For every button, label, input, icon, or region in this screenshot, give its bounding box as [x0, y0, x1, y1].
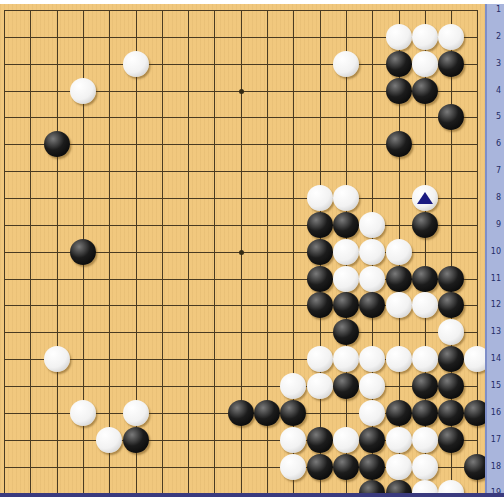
black-stone[interactable] [386, 78, 412, 104]
white-stone[interactable] [70, 78, 96, 104]
black-stone[interactable] [438, 266, 464, 292]
black-stone[interactable] [333, 292, 359, 318]
white-stone[interactable] [412, 292, 438, 318]
white-stone[interactable] [386, 454, 412, 480]
white-stone[interactable] [333, 185, 359, 211]
black-stone[interactable] [280, 400, 306, 426]
white-stone[interactable] [412, 24, 438, 50]
row-coordinate-label: 12 [491, 301, 501, 309]
white-stone[interactable] [70, 400, 96, 426]
white-stone[interactable] [96, 427, 122, 453]
white-stone[interactable] [359, 400, 385, 426]
row-coordinate-label: 8 [496, 194, 501, 202]
go-board[interactable] [0, 4, 488, 496]
white-stone[interactable] [386, 346, 412, 372]
white-stone[interactable] [386, 427, 412, 453]
black-stone[interactable] [359, 427, 385, 453]
black-stone[interactable] [438, 427, 464, 453]
black-stone[interactable] [412, 400, 438, 426]
black-stone[interactable] [307, 454, 333, 480]
white-stone[interactable] [333, 346, 359, 372]
black-stone[interactable] [359, 292, 385, 318]
go-app-window: 12345678910111213141516171819 [0, 0, 504, 500]
white-stone[interactable] [438, 319, 464, 345]
black-stone[interactable] [307, 212, 333, 238]
white-stone[interactable] [280, 427, 306, 453]
row-coordinate-label: 17 [491, 436, 501, 444]
black-stone[interactable] [333, 212, 359, 238]
row-coordinate-label: 6 [496, 140, 501, 148]
white-stone[interactable] [359, 212, 385, 238]
row-coordinate-label: 9 [496, 221, 501, 229]
white-stone[interactable] [307, 185, 333, 211]
white-stone[interactable] [359, 373, 385, 399]
black-stone[interactable] [333, 454, 359, 480]
white-stone[interactable] [307, 346, 333, 372]
white-stone[interactable] [412, 346, 438, 372]
black-stone[interactable] [359, 454, 385, 480]
row-coordinate-label: 10 [491, 248, 501, 256]
black-stone[interactable] [307, 239, 333, 265]
black-stone[interactable] [307, 292, 333, 318]
white-stone[interactable] [123, 400, 149, 426]
white-stone[interactable] [386, 239, 412, 265]
row-coordinate-label: 13 [491, 328, 501, 336]
row-coordinate-label: 14 [491, 355, 501, 363]
black-stone[interactable] [412, 373, 438, 399]
star-point [239, 250, 244, 255]
black-stone[interactable] [228, 400, 254, 426]
black-stone[interactable] [412, 78, 438, 104]
white-stone[interactable] [386, 292, 412, 318]
white-stone[interactable] [280, 373, 306, 399]
black-stone[interactable] [307, 266, 333, 292]
white-stone[interactable] [438, 24, 464, 50]
white-stone[interactable] [44, 346, 70, 372]
white-stone[interactable] [412, 454, 438, 480]
black-stone[interactable] [438, 373, 464, 399]
black-stone[interactable] [44, 131, 70, 157]
row-coordinate-label: 2 [496, 33, 501, 41]
black-stone[interactable] [386, 51, 412, 77]
grid-hline [4, 332, 477, 333]
black-stone[interactable] [70, 239, 96, 265]
row-coordinate-label: 3 [496, 60, 501, 68]
black-stone[interactable] [438, 346, 464, 372]
black-stone[interactable] [438, 292, 464, 318]
black-stone[interactable] [438, 51, 464, 77]
white-stone[interactable] [359, 239, 385, 265]
white-stone[interactable] [359, 266, 385, 292]
black-stone[interactable] [386, 400, 412, 426]
white-stone[interactable] [412, 427, 438, 453]
white-stone[interactable] [333, 427, 359, 453]
black-stone[interactable] [386, 266, 412, 292]
white-stone[interactable] [386, 24, 412, 50]
black-stone[interactable] [123, 427, 149, 453]
black-stone[interactable] [438, 104, 464, 130]
row-coordinate-label: 16 [491, 409, 501, 417]
black-stone[interactable] [438, 400, 464, 426]
row-coordinate-label: 7 [496, 167, 501, 175]
black-stone[interactable] [333, 319, 359, 345]
black-stone[interactable] [386, 131, 412, 157]
white-stone[interactable] [280, 454, 306, 480]
white-stone[interactable] [359, 346, 385, 372]
white-stone[interactable] [123, 51, 149, 77]
row-coordinate-label: 15 [491, 382, 501, 390]
row-coordinate-label: 1 [496, 6, 501, 14]
row-coordinate-label: 5 [496, 113, 501, 121]
white-stone[interactable] [333, 266, 359, 292]
black-stone[interactable] [333, 373, 359, 399]
row-coordinate-label: 18 [491, 463, 501, 471]
white-stone[interactable] [307, 373, 333, 399]
row-coordinate-label: 11 [491, 275, 501, 283]
black-stone[interactable] [254, 400, 280, 426]
grid-hline [4, 386, 477, 387]
white-stone[interactable] [412, 51, 438, 77]
row-coordinate-label: 4 [496, 87, 501, 95]
black-stone[interactable] [307, 427, 333, 453]
star-point [239, 89, 244, 94]
white-stone[interactable] [333, 51, 359, 77]
black-stone[interactable] [412, 266, 438, 292]
row-coordinate-strip: 12345678910111213141516171819 [485, 4, 504, 496]
white-stone[interactable] [333, 239, 359, 265]
black-stone[interactable] [412, 212, 438, 238]
last-move-triangle-marker [417, 192, 433, 204]
